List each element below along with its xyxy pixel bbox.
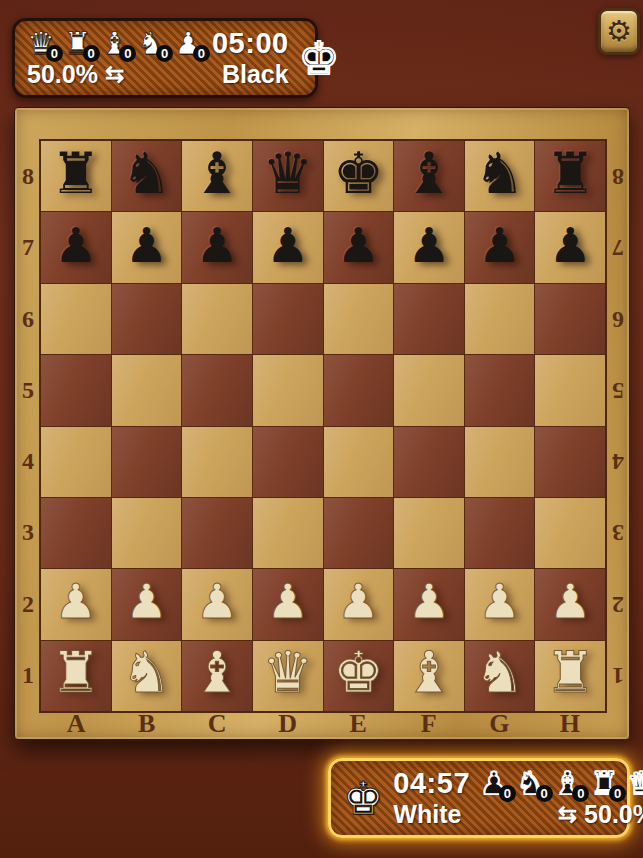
square-g1[interactable]: ♞ [465,641,535,711]
square-b3[interactable] [112,498,182,568]
piece-white-king: ♚ [333,644,384,701]
piece-black-pawn: ♟ [407,221,450,269]
file-label-f: F [394,709,465,739]
square-h5[interactable] [535,355,605,425]
piece-black-pawn: ♟ [549,221,592,269]
rank-label-7: 7 [605,212,631,283]
square-b4[interactable] [112,427,182,497]
piece-white-pawn: ♟ [478,577,521,625]
square-b6[interactable] [112,284,182,354]
square-e4[interactable] [324,427,394,497]
square-e7[interactable]: ♟ [324,212,394,282]
captured-count-badge: 0 [499,785,516,802]
black-queen-icon: ♛0 [627,768,643,799]
square-b8[interactable]: ♞ [112,141,182,211]
square-h8[interactable]: ♜ [535,141,605,211]
piece-black-king: ♚ [333,145,384,202]
square-f1[interactable]: ♝ [394,641,464,711]
file-label-a: A [41,709,112,739]
square-c4[interactable] [182,427,252,497]
square-h6[interactable] [535,284,605,354]
piece-white-knight: ♞ [474,644,525,701]
piece-black-pawn: ♟ [196,221,239,269]
rank-label-6: 6 [605,284,631,355]
piece-white-knight: ♞ [121,644,172,701]
square-c2[interactable]: ♟ [182,569,252,639]
square-h2[interactable]: ♟ [535,569,605,639]
chess-board: ♜♞♝♛♚♝♞♜♟♟♟♟♟♟♟♟♟♟♟♟♟♟♟♟♜♞♝♛♚♝♞♜ 8765432… [14,107,630,740]
gear-icon: ⚙ [606,17,632,46]
square-c8[interactable]: ♝ [182,141,252,211]
white-rook-icon: ♜0 [64,28,92,59]
square-a6[interactable] [41,284,111,354]
rank-label-5: 5 [15,355,41,426]
square-h7[interactable]: ♟ [535,212,605,282]
piece-black-bishop: ♝ [192,145,243,202]
square-g4[interactable] [465,427,535,497]
square-g6[interactable] [465,284,535,354]
white-queen-icon: ♛0 [27,28,55,59]
black-captured-row: ♛0♜0♝0♞0♟0 [27,28,202,59]
piece-black-pawn: ♟ [337,221,380,269]
black-win-percent: 50.0% ⇆ [27,60,202,89]
white-king-icon: ♚ [343,776,383,821]
square-c3[interactable] [182,498,252,568]
square-b2[interactable]: ♟ [112,569,182,639]
white-bishop-icon: ♝0 [101,28,129,59]
piece-black-rook: ♜ [545,145,596,202]
square-g8[interactable]: ♞ [465,141,535,211]
rank-label-3: 3 [15,497,41,568]
rank-label-4: 4 [15,426,41,497]
square-b7[interactable]: ♟ [112,212,182,282]
rank-labels-right: 87654321 [605,141,631,711]
square-d2[interactable]: ♟ [253,569,323,639]
square-d7[interactable]: ♟ [253,212,323,282]
rank-label-1: 1 [605,640,631,711]
rank-label-3: 3 [605,497,631,568]
file-label-h: H [535,709,606,739]
white-win-percent: ⇆ 50.0% [558,800,643,829]
piece-black-knight: ♞ [474,145,525,202]
captured-count-badge: 0 [83,45,100,62]
piece-white-bishop: ♝ [192,644,243,701]
square-g7[interactable]: ♟ [465,212,535,282]
square-a3[interactable] [41,498,111,568]
black-timer: 05:00 [212,27,289,60]
black-king-icon: ♚ [299,36,339,81]
black-player-label: Black [222,60,289,89]
white-win-value: 50.0% [584,800,643,829]
square-a5[interactable] [41,355,111,425]
board-squares: ♜♞♝♛♚♝♞♜♟♟♟♟♟♟♟♟♟♟♟♟♟♟♟♟♜♞♝♛♚♝♞♜ [41,141,605,711]
square-g5[interactable] [465,355,535,425]
square-d4[interactable] [253,427,323,497]
captured-count-badge: 0 [193,45,210,62]
black-player-panel: ♛0♜0♝0♞0♟0 05:00 50.0% ⇆ Black ♚ [12,18,318,98]
square-h1[interactable]: ♜ [535,641,605,711]
square-g3[interactable] [465,498,535,568]
square-b1[interactable]: ♞ [112,641,182,711]
piece-black-queen: ♛ [262,145,313,202]
captured-count-badge: 0 [46,45,63,62]
piece-white-rook: ♜ [50,644,101,701]
rank-label-2: 2 [605,569,631,640]
square-d1[interactable]: ♛ [253,641,323,711]
square-e8[interactable]: ♚ [324,141,394,211]
square-d5[interactable] [253,355,323,425]
black-pawn-icon: ♟0 [480,768,508,799]
black-bishop-icon: ♝0 [554,768,582,799]
square-a1[interactable]: ♜ [41,641,111,711]
square-c1[interactable]: ♝ [182,641,252,711]
file-label-e: E [323,709,394,739]
rank-label-4: 4 [605,426,631,497]
piece-white-pawn: ♟ [549,577,592,625]
piece-white-bishop: ♝ [403,644,454,701]
piece-white-rook: ♜ [545,644,596,701]
square-f5[interactable] [394,355,464,425]
square-c6[interactable] [182,284,252,354]
piece-white-pawn: ♟ [54,577,97,625]
square-f2[interactable]: ♟ [394,569,464,639]
piece-black-pawn: ♟ [54,221,97,269]
piece-white-pawn: ♟ [266,577,309,625]
file-label-c: C [182,709,253,739]
file-label-b: B [112,709,183,739]
square-f7[interactable]: ♟ [394,212,464,282]
square-f3[interactable] [394,498,464,568]
rank-label-8: 8 [15,141,41,212]
square-b5[interactable] [112,355,182,425]
piece-white-pawn: ♟ [337,577,380,625]
swap-arrows-icon: ⇆ [105,61,124,88]
white-pawn-icon: ♟0 [174,28,202,59]
square-a8[interactable]: ♜ [41,141,111,211]
square-d8[interactable]: ♛ [253,141,323,211]
piece-black-pawn: ♟ [478,221,521,269]
settings-button[interactable]: ⚙ [598,8,640,55]
piece-white-pawn: ♟ [196,577,239,625]
square-e1[interactable]: ♚ [324,641,394,711]
square-f4[interactable] [394,427,464,497]
file-labels-bottom: ABCDEFGH [41,709,605,739]
square-f8[interactable]: ♝ [394,141,464,211]
white-captured-row: ♟0♞0♝0♜0♛0 [480,768,643,799]
square-a7[interactable]: ♟ [41,212,111,282]
square-c5[interactable] [182,355,252,425]
piece-black-bishop: ♝ [403,145,454,202]
square-h3[interactable] [535,498,605,568]
swap-arrows-icon: ⇆ [558,801,577,828]
black-knight-icon: ♞0 [517,768,545,799]
square-a4[interactable] [41,427,111,497]
piece-white-pawn: ♟ [125,577,168,625]
rank-label-6: 6 [15,284,41,355]
white-knight-icon: ♞0 [137,28,165,59]
white-player-label: White [393,800,470,829]
square-f6[interactable] [394,284,464,354]
rank-labels-left: 87654321 [15,141,41,711]
rank-label-2: 2 [15,569,41,640]
square-e2[interactable]: ♟ [324,569,394,639]
piece-black-knight: ♞ [121,145,172,202]
square-g2[interactable]: ♟ [465,569,535,639]
piece-black-pawn: ♟ [266,221,309,269]
square-h4[interactable] [535,427,605,497]
rank-label-8: 8 [605,141,631,212]
captured-count-badge: 0 [536,785,553,802]
black-win-value: 50.0% [27,60,98,89]
piece-white-pawn: ♟ [407,577,450,625]
piece-black-rook: ♜ [50,145,101,202]
rank-label-1: 1 [15,640,41,711]
piece-black-pawn: ♟ [125,221,168,269]
square-a2[interactable]: ♟ [41,569,111,639]
white-player-panel: ♚ 04:57 White ♟0♞0♝0♜0♛0 ⇆ 50.0% [328,758,630,838]
white-timer: 04:57 [393,767,470,800]
file-label-g: G [464,709,535,739]
square-e5[interactable] [324,355,394,425]
rank-label-5: 5 [605,355,631,426]
square-c7[interactable]: ♟ [182,212,252,282]
square-e3[interactable] [324,498,394,568]
black-rook-icon: ♜0 [590,768,618,799]
file-label-d: D [253,709,324,739]
square-d6[interactable] [253,284,323,354]
square-e6[interactable] [324,284,394,354]
rank-label-7: 7 [15,212,41,283]
piece-white-queen: ♛ [262,644,313,701]
square-d3[interactable] [253,498,323,568]
